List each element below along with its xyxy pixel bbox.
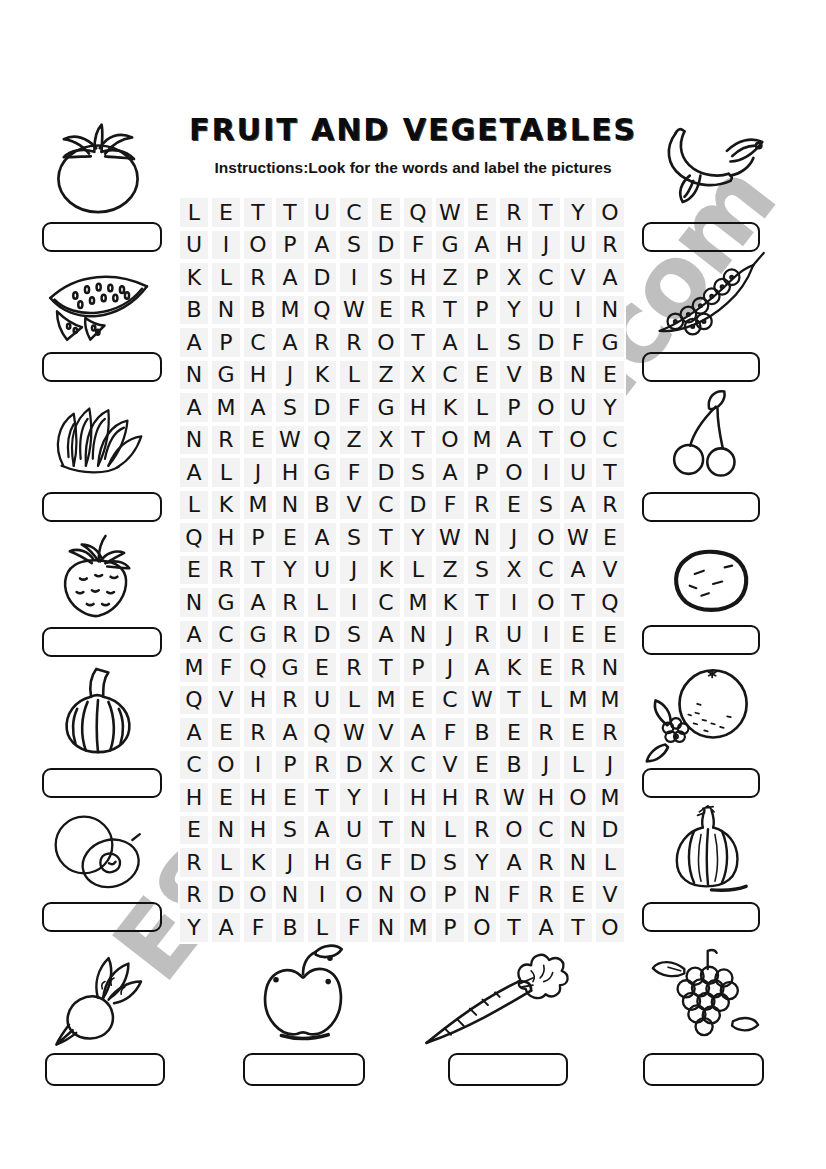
grid-cell-r17c3[interactable]: R: [242, 716, 274, 749]
grid-cell-r5c8[interactable]: T: [402, 326, 434, 359]
grid-cell-r8c2[interactable]: R: [210, 424, 242, 457]
grid-cell-r19c3[interactable]: H: [242, 781, 274, 814]
grid-cell-r22c11[interactable]: F: [498, 879, 530, 912]
grid-cell-r23c2[interactable]: A: [210, 911, 242, 944]
grid-cell-r4c6[interactable]: W: [338, 294, 370, 327]
grid-cell-r5c12[interactable]: D: [530, 326, 562, 359]
grid-cell-r13c12[interactable]: O: [530, 586, 562, 619]
grid-cell-r2c5[interactable]: A: [306, 229, 338, 262]
grid-cell-r14c4[interactable]: R: [274, 619, 306, 652]
grid-cell-r4c3[interactable]: B: [242, 294, 274, 327]
grid-cell-r15c9[interactable]: J: [434, 651, 466, 684]
grid-cell-r5c7[interactable]: O: [370, 326, 402, 359]
grid-cell-r1c10[interactable]: E: [466, 196, 498, 229]
grid-cell-r11c9[interactable]: W: [434, 521, 466, 554]
grid-cell-r9c11[interactable]: O: [498, 456, 530, 489]
grid-cell-r12c6[interactable]: J: [338, 554, 370, 587]
grid-cell-r23c6[interactable]: F: [338, 911, 370, 944]
grid-cell-r16c13[interactable]: M: [562, 684, 594, 717]
grid-cell-r16c14[interactable]: M: [594, 684, 626, 717]
grid-cell-r14c13[interactable]: E: [562, 619, 594, 652]
grid-cell-r16c5[interactable]: U: [306, 684, 338, 717]
grid-cell-r18c12[interactable]: J: [530, 749, 562, 782]
grid-cell-r18c4[interactable]: P: [274, 749, 306, 782]
grid-cell-r23c11[interactable]: T: [498, 911, 530, 944]
grid-cell-r12c4[interactable]: Y: [274, 554, 306, 587]
grid-cell-r2c4[interactable]: P: [274, 229, 306, 262]
grid-cell-r11c7[interactable]: T: [370, 521, 402, 554]
grid-cell-r7c9[interactable]: K: [434, 391, 466, 424]
grid-cell-r4c4[interactable]: M: [274, 294, 306, 327]
grid-cell-r1c13[interactable]: Y: [562, 196, 594, 229]
grid-cell-r23c7[interactable]: N: [370, 911, 402, 944]
grid-cell-r17c8[interactable]: A: [402, 716, 434, 749]
grid-cell-r3c3[interactable]: R: [242, 261, 274, 294]
grid-cell-r6c11[interactable]: V: [498, 359, 530, 392]
grid-cell-r6c5[interactable]: K: [306, 359, 338, 392]
grid-cell-r11c10[interactable]: N: [466, 521, 498, 554]
grid-cell-r16c11[interactable]: T: [498, 684, 530, 717]
grid-cell-r5c5[interactable]: R: [306, 326, 338, 359]
grid-cell-r17c2[interactable]: E: [210, 716, 242, 749]
grid-cell-r9c3[interactable]: J: [242, 456, 274, 489]
grid-cell-r2c12[interactable]: J: [530, 229, 562, 262]
grid-cell-r5c9[interactable]: A: [434, 326, 466, 359]
grid-cell-r2c7[interactable]: D: [370, 229, 402, 262]
grid-cell-r18c13[interactable]: L: [562, 749, 594, 782]
grid-cell-r6c6[interactable]: L: [338, 359, 370, 392]
grid-cell-r7c12[interactable]: O: [530, 391, 562, 424]
grid-cell-r16c1[interactable]: Q: [178, 684, 210, 717]
grid-cell-r19c11[interactable]: W: [498, 781, 530, 814]
grid-cell-r8c13[interactable]: O: [562, 424, 594, 457]
grid-cell-r9c1[interactable]: A: [178, 456, 210, 489]
grid-cell-r13c7[interactable]: C: [370, 586, 402, 619]
cherry-label-box[interactable]: [642, 492, 760, 522]
grid-cell-r10c9[interactable]: F: [434, 489, 466, 522]
grid-cell-r4c14[interactable]: N: [594, 294, 626, 327]
grid-cell-r14c1[interactable]: A: [178, 619, 210, 652]
grid-cell-r23c10[interactable]: O: [466, 911, 498, 944]
grid-cell-r10c11[interactable]: E: [498, 489, 530, 522]
grid-cell-r1c11[interactable]: R: [498, 196, 530, 229]
grid-cell-r20c3[interactable]: H: [242, 814, 274, 847]
grid-cell-r8c1[interactable]: N: [178, 424, 210, 457]
grid-cell-r14c11[interactable]: U: [498, 619, 530, 652]
grid-cell-r6c14[interactable]: E: [594, 359, 626, 392]
grid-cell-r12c14[interactable]: V: [594, 554, 626, 587]
grid-cell-r9c5[interactable]: G: [306, 456, 338, 489]
onion-label-box[interactable]: [642, 902, 760, 932]
grid-cell-r21c8[interactable]: D: [402, 846, 434, 879]
grid-cell-r19c8[interactable]: H: [402, 781, 434, 814]
grid-cell-r16c12[interactable]: L: [530, 684, 562, 717]
grid-cell-r18c2[interactable]: O: [210, 749, 242, 782]
grid-cell-r19c9[interactable]: H: [434, 781, 466, 814]
grid-cell-r22c14[interactable]: V: [594, 879, 626, 912]
lettuce-label-box[interactable]: [42, 492, 162, 522]
grid-cell-r12c10[interactable]: S: [466, 554, 498, 587]
grid-cell-r1c9[interactable]: W: [434, 196, 466, 229]
orange-label-box[interactable]: [642, 768, 760, 798]
grapes-label-box[interactable]: [643, 1053, 764, 1086]
grid-cell-r2c14[interactable]: R: [594, 229, 626, 262]
grid-cell-r13c4[interactable]: R: [274, 586, 306, 619]
grid-cell-r9c10[interactable]: P: [466, 456, 498, 489]
grid-cell-r8c11[interactable]: A: [498, 424, 530, 457]
grid-cell-r22c3[interactable]: O: [242, 879, 274, 912]
grid-cell-r2c13[interactable]: U: [562, 229, 594, 262]
grid-cell-r10c8[interactable]: D: [402, 489, 434, 522]
grid-cell-r12c11[interactable]: X: [498, 554, 530, 587]
peach-label-box[interactable]: [42, 902, 162, 932]
grid-cell-r8c4[interactable]: W: [274, 424, 306, 457]
potato-label-box[interactable]: [642, 625, 760, 655]
grid-cell-r8c14[interactable]: C: [594, 424, 626, 457]
grid-cell-r5c14[interactable]: G: [594, 326, 626, 359]
watermelon-label-box[interactable]: [42, 352, 162, 382]
grid-cell-r1c1[interactable]: L: [178, 196, 210, 229]
grid-cell-r23c13[interactable]: T: [562, 911, 594, 944]
grid-cell-r19c10[interactable]: R: [466, 781, 498, 814]
grid-cell-r9c14[interactable]: T: [594, 456, 626, 489]
grid-cell-r10c12[interactable]: S: [530, 489, 562, 522]
grid-cell-r7c5[interactable]: D: [306, 391, 338, 424]
grid-cell-r6c2[interactable]: G: [210, 359, 242, 392]
grid-cell-r5c6[interactable]: R: [338, 326, 370, 359]
grid-cell-r19c4[interactable]: E: [274, 781, 306, 814]
grid-cell-r18c1[interactable]: C: [178, 749, 210, 782]
grid-cell-r17c1[interactable]: A: [178, 716, 210, 749]
grid-cell-r10c7[interactable]: C: [370, 489, 402, 522]
grid-cell-r20c11[interactable]: O: [498, 814, 530, 847]
grid-cell-r18c9[interactable]: V: [434, 749, 466, 782]
grid-cell-r3c11[interactable]: X: [498, 261, 530, 294]
grid-cell-r16c6[interactable]: L: [338, 684, 370, 717]
grid-cell-r16c7[interactable]: M: [370, 684, 402, 717]
grid-cell-r3c9[interactable]: Z: [434, 261, 466, 294]
grid-cell-r9c12[interactable]: I: [530, 456, 562, 489]
grid-cell-r2c2[interactable]: I: [210, 229, 242, 262]
grid-cell-r12c12[interactable]: C: [530, 554, 562, 587]
grid-cell-r17c10[interactable]: B: [466, 716, 498, 749]
grid-cell-r20c5[interactable]: A: [306, 814, 338, 847]
grid-cell-r18c7[interactable]: X: [370, 749, 402, 782]
grid-cell-r13c8[interactable]: M: [402, 586, 434, 619]
grid-cell-r7c7[interactable]: G: [370, 391, 402, 424]
grid-cell-r15c13[interactable]: R: [562, 651, 594, 684]
grid-cell-r21c4[interactable]: J: [274, 846, 306, 879]
grid-cell-r15c4[interactable]: G: [274, 651, 306, 684]
strawberry-label-box[interactable]: [42, 627, 162, 657]
grid-cell-r20c6[interactable]: U: [338, 814, 370, 847]
grid-cell-r12c2[interactable]: R: [210, 554, 242, 587]
grid-cell-r2c8[interactable]: F: [402, 229, 434, 262]
grid-cell-r22c1[interactable]: R: [178, 879, 210, 912]
grid-cell-r17c4[interactable]: A: [274, 716, 306, 749]
grid-cell-r14c10[interactable]: R: [466, 619, 498, 652]
grid-cell-r1c8[interactable]: Q: [402, 196, 434, 229]
grid-cell-r19c13[interactable]: O: [562, 781, 594, 814]
grid-cell-r5c10[interactable]: L: [466, 326, 498, 359]
grid-cell-r1c3[interactable]: T: [242, 196, 274, 229]
grid-cell-r18c11[interactable]: B: [498, 749, 530, 782]
grid-cell-r8c7[interactable]: X: [370, 424, 402, 457]
grid-cell-r3c10[interactable]: P: [466, 261, 498, 294]
grid-cell-r10c2[interactable]: K: [210, 489, 242, 522]
grid-cell-r9c4[interactable]: H: [274, 456, 306, 489]
grid-cell-r10c6[interactable]: V: [338, 489, 370, 522]
grid-cell-r4c11[interactable]: Y: [498, 294, 530, 327]
grid-cell-r5c11[interactable]: S: [498, 326, 530, 359]
grid-cell-r22c9[interactable]: P: [434, 879, 466, 912]
grid-cell-r4c7[interactable]: E: [370, 294, 402, 327]
grid-cell-r7c14[interactable]: Y: [594, 391, 626, 424]
grid-cell-r7c11[interactable]: P: [498, 391, 530, 424]
apple-label-box[interactable]: [243, 1053, 365, 1086]
grid-cell-r12c3[interactable]: T: [242, 554, 274, 587]
grid-cell-r19c14[interactable]: M: [594, 781, 626, 814]
grid-cell-r2c9[interactable]: G: [434, 229, 466, 262]
grid-cell-r17c9[interactable]: F: [434, 716, 466, 749]
grid-cell-r4c9[interactable]: T: [434, 294, 466, 327]
grid-cell-r9c9[interactable]: A: [434, 456, 466, 489]
grid-cell-r5c4[interactable]: A: [274, 326, 306, 359]
grid-cell-r6c8[interactable]: X: [402, 359, 434, 392]
grid-cell-r15c5[interactable]: E: [306, 651, 338, 684]
grid-cell-r4c1[interactable]: B: [178, 294, 210, 327]
grid-cell-r7c10[interactable]: L: [466, 391, 498, 424]
grid-cell-r11c8[interactable]: Y: [402, 521, 434, 554]
grid-cell-r23c4[interactable]: B: [274, 911, 306, 944]
grid-cell-r17c7[interactable]: V: [370, 716, 402, 749]
grid-cell-r16c10[interactable]: W: [466, 684, 498, 717]
grid-cell-r9c2[interactable]: L: [210, 456, 242, 489]
grid-cell-r20c1[interactable]: E: [178, 814, 210, 847]
grid-cell-r20c8[interactable]: N: [402, 814, 434, 847]
grid-cell-r11c5[interactable]: A: [306, 521, 338, 554]
grid-cell-r17c13[interactable]: E: [562, 716, 594, 749]
grid-cell-r13c3[interactable]: A: [242, 586, 274, 619]
grid-cell-r3c12[interactable]: C: [530, 261, 562, 294]
grid-cell-r8c6[interactable]: Z: [338, 424, 370, 457]
grid-cell-r14c2[interactable]: C: [210, 619, 242, 652]
grid-cell-r17c14[interactable]: R: [594, 716, 626, 749]
grid-cell-r11c11[interactable]: J: [498, 521, 530, 554]
grid-cell-r13c9[interactable]: K: [434, 586, 466, 619]
grid-cell-r2c6[interactable]: S: [338, 229, 370, 262]
grid-cell-r2c11[interactable]: H: [498, 229, 530, 262]
grid-cell-r14c9[interactable]: J: [434, 619, 466, 652]
grid-cell-r21c13[interactable]: N: [562, 846, 594, 879]
grid-cell-r16c9[interactable]: C: [434, 684, 466, 717]
grid-cell-r15c14[interactable]: N: [594, 651, 626, 684]
grid-cell-r7c6[interactable]: F: [338, 391, 370, 424]
grid-cell-r2c3[interactable]: O: [242, 229, 274, 262]
grid-cell-r8c10[interactable]: M: [466, 424, 498, 457]
grid-cell-r11c6[interactable]: S: [338, 521, 370, 554]
grid-cell-r21c6[interactable]: G: [338, 846, 370, 879]
grid-cell-r13c5[interactable]: L: [306, 586, 338, 619]
grid-cell-r8c5[interactable]: Q: [306, 424, 338, 457]
grid-cell-r1c6[interactable]: C: [338, 196, 370, 229]
grid-cell-r15c10[interactable]: A: [466, 651, 498, 684]
grid-cell-r22c6[interactable]: O: [338, 879, 370, 912]
carrot-label-box[interactable]: [448, 1053, 568, 1086]
grid-cell-r6c7[interactable]: Z: [370, 359, 402, 392]
grid-cell-r21c11[interactable]: A: [498, 846, 530, 879]
grid-cell-r18c5[interactable]: R: [306, 749, 338, 782]
grid-cell-r13c2[interactable]: G: [210, 586, 242, 619]
grid-cell-r21c9[interactable]: S: [434, 846, 466, 879]
grid-cell-r11c13[interactable]: W: [562, 521, 594, 554]
grid-cell-r11c12[interactable]: O: [530, 521, 562, 554]
grid-cell-r22c4[interactable]: N: [274, 879, 306, 912]
grid-cell-r20c13[interactable]: N: [562, 814, 594, 847]
grid-cell-r20c14[interactable]: D: [594, 814, 626, 847]
grid-cell-r20c12[interactable]: C: [530, 814, 562, 847]
grid-cell-r21c1[interactable]: R: [178, 846, 210, 879]
grid-cell-r10c13[interactable]: A: [562, 489, 594, 522]
grid-cell-r3c13[interactable]: V: [562, 261, 594, 294]
grid-cell-r6c12[interactable]: B: [530, 359, 562, 392]
grid-cell-r15c12[interactable]: E: [530, 651, 562, 684]
grid-cell-r1c2[interactable]: E: [210, 196, 242, 229]
grid-cell-r22c5[interactable]: I: [306, 879, 338, 912]
grid-cell-r15c1[interactable]: M: [178, 651, 210, 684]
grid-cell-r21c10[interactable]: Y: [466, 846, 498, 879]
grid-cell-r8c9[interactable]: O: [434, 424, 466, 457]
grid-cell-r21c2[interactable]: L: [210, 846, 242, 879]
grid-cell-r1c14[interactable]: O: [594, 196, 626, 229]
grid-cell-r22c10[interactable]: N: [466, 879, 498, 912]
grid-cell-r6c13[interactable]: N: [562, 359, 594, 392]
grid-cell-r5c1[interactable]: A: [178, 326, 210, 359]
grid-cell-r14c6[interactable]: S: [338, 619, 370, 652]
grid-cell-r21c3[interactable]: K: [242, 846, 274, 879]
grid-cell-r16c2[interactable]: V: [210, 684, 242, 717]
grid-cell-r22c8[interactable]: O: [402, 879, 434, 912]
grid-cell-r11c3[interactable]: P: [242, 521, 274, 554]
grid-cell-r15c11[interactable]: K: [498, 651, 530, 684]
grid-cell-r12c8[interactable]: L: [402, 554, 434, 587]
grid-cell-r7c2[interactable]: M: [210, 391, 242, 424]
grid-cell-r21c14[interactable]: L: [594, 846, 626, 879]
grid-cell-r7c3[interactable]: A: [242, 391, 274, 424]
grid-cell-r20c10[interactable]: R: [466, 814, 498, 847]
grid-cell-r3c5[interactable]: D: [306, 261, 338, 294]
grid-cell-r21c5[interactable]: H: [306, 846, 338, 879]
grid-cell-r7c1[interactable]: A: [178, 391, 210, 424]
grid-cell-r1c5[interactable]: U: [306, 196, 338, 229]
grid-cell-r19c1[interactable]: H: [178, 781, 210, 814]
radish-label-box[interactable]: [45, 1053, 165, 1086]
grid-cell-r1c4[interactable]: T: [274, 196, 306, 229]
grid-cell-r4c10[interactable]: P: [466, 294, 498, 327]
grid-cell-r17c6[interactable]: W: [338, 716, 370, 749]
grid-cell-r13c6[interactable]: I: [338, 586, 370, 619]
grid-cell-r4c13[interactable]: I: [562, 294, 594, 327]
grid-cell-r6c9[interactable]: C: [434, 359, 466, 392]
grid-cell-r6c4[interactable]: J: [274, 359, 306, 392]
grid-cell-r4c5[interactable]: Q: [306, 294, 338, 327]
grid-cell-r12c7[interactable]: K: [370, 554, 402, 587]
grid-cell-r15c6[interactable]: R: [338, 651, 370, 684]
grid-cell-r22c2[interactable]: D: [210, 879, 242, 912]
grid-cell-r9c8[interactable]: S: [402, 456, 434, 489]
grid-cell-r4c8[interactable]: R: [402, 294, 434, 327]
grid-cell-r1c7[interactable]: E: [370, 196, 402, 229]
grid-cell-r20c2[interactable]: N: [210, 814, 242, 847]
grid-cell-r14c5[interactable]: D: [306, 619, 338, 652]
grid-cell-r6c3[interactable]: H: [242, 359, 274, 392]
grid-cell-r19c5[interactable]: T: [306, 781, 338, 814]
grid-cell-r18c14[interactable]: J: [594, 749, 626, 782]
grid-cell-r11c1[interactable]: Q: [178, 521, 210, 554]
grid-cell-r5c2[interactable]: P: [210, 326, 242, 359]
grid-cell-r17c12[interactable]: R: [530, 716, 562, 749]
grid-cell-r18c6[interactable]: D: [338, 749, 370, 782]
grid-cell-r13c11[interactable]: I: [498, 586, 530, 619]
grid-cell-r23c9[interactable]: P: [434, 911, 466, 944]
grid-cell-r10c5[interactable]: B: [306, 489, 338, 522]
grid-cell-r5c13[interactable]: F: [562, 326, 594, 359]
grid-cell-r7c13[interactable]: U: [562, 391, 594, 424]
grid-cell-r16c8[interactable]: E: [402, 684, 434, 717]
grid-cell-r10c14[interactable]: R: [594, 489, 626, 522]
grid-cell-r14c3[interactable]: G: [242, 619, 274, 652]
grid-cell-r3c1[interactable]: K: [178, 261, 210, 294]
grid-cell-r1c12[interactable]: T: [530, 196, 562, 229]
grid-cell-r16c3[interactable]: H: [242, 684, 274, 717]
grid-cell-r20c7[interactable]: T: [370, 814, 402, 847]
grid-cell-r23c1[interactable]: Y: [178, 911, 210, 944]
grid-cell-r23c14[interactable]: O: [594, 911, 626, 944]
grid-cell-r7c8[interactable]: H: [402, 391, 434, 424]
grid-cell-r23c8[interactable]: M: [402, 911, 434, 944]
grid-cell-r3c2[interactable]: L: [210, 261, 242, 294]
grid-cell-r3c7[interactable]: S: [370, 261, 402, 294]
grid-cell-r19c6[interactable]: Y: [338, 781, 370, 814]
grid-cell-r12c9[interactable]: Z: [434, 554, 466, 587]
grid-cell-r3c6[interactable]: I: [338, 261, 370, 294]
grid-cell-r22c7[interactable]: N: [370, 879, 402, 912]
grid-cell-r3c14[interactable]: A: [594, 261, 626, 294]
grid-cell-r21c12[interactable]: R: [530, 846, 562, 879]
grid-cell-r13c13[interactable]: T: [562, 586, 594, 619]
grid-cell-r18c8[interactable]: C: [402, 749, 434, 782]
grid-cell-r4c12[interactable]: U: [530, 294, 562, 327]
grid-cell-r19c12[interactable]: H: [530, 781, 562, 814]
grid-cell-r23c3[interactable]: F: [242, 911, 274, 944]
grid-cell-r15c3[interactable]: Q: [242, 651, 274, 684]
grid-cell-r14c12[interactable]: I: [530, 619, 562, 652]
grid-cell-r18c10[interactable]: E: [466, 749, 498, 782]
grid-cell-r14c14[interactable]: E: [594, 619, 626, 652]
grid-cell-r13c14[interactable]: Q: [594, 586, 626, 619]
grid-cell-r23c12[interactable]: A: [530, 911, 562, 944]
grid-cell-r14c8[interactable]: N: [402, 619, 434, 652]
grid-cell-r12c1[interactable]: E: [178, 554, 210, 587]
grid-cell-r12c13[interactable]: A: [562, 554, 594, 587]
grid-cell-r6c10[interactable]: E: [466, 359, 498, 392]
grid-cell-r6c1[interactable]: N: [178, 359, 210, 392]
grid-cell-r20c9[interactable]: L: [434, 814, 466, 847]
grid-cell-r12c5[interactable]: U: [306, 554, 338, 587]
grid-cell-r9c6[interactable]: F: [338, 456, 370, 489]
peas-label-box[interactable]: [642, 352, 760, 382]
grid-cell-r5c3[interactable]: C: [242, 326, 274, 359]
